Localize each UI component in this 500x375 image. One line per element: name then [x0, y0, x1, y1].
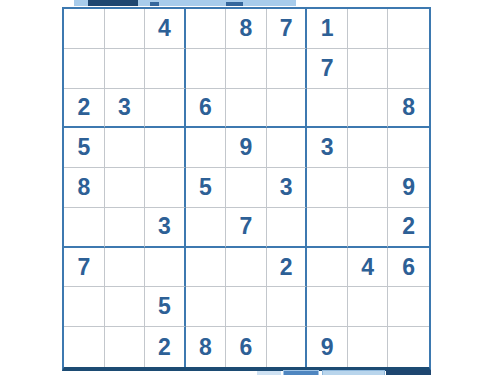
sudoku-cell[interactable] — [267, 128, 308, 168]
sudoku-cell[interactable] — [64, 327, 105, 367]
sudoku-cell[interactable] — [348, 168, 389, 208]
sudoku-cell[interactable] — [348, 89, 389, 129]
sudoku-cell[interactable] — [267, 327, 308, 367]
sudoku-cell[interactable]: 8 — [226, 9, 267, 49]
button-fragment — [257, 371, 281, 375]
sudoku-cell[interactable]: 1 — [307, 9, 348, 49]
sudoku-cell[interactable] — [388, 128, 429, 168]
sudoku-cell[interactable] — [186, 248, 227, 288]
sudoku-cell[interactable] — [145, 89, 186, 129]
button-fragment — [386, 370, 431, 375]
sudoku-cell[interactable]: 9 — [307, 327, 348, 367]
sudoku-cell[interactable] — [226, 89, 267, 129]
sudoku-cell[interactable]: 3 — [105, 89, 146, 129]
sudoku-cell[interactable] — [226, 287, 267, 327]
sudoku-cell[interactable] — [64, 208, 105, 248]
sudoku-cell[interactable]: 3 — [267, 168, 308, 208]
sudoku-cell[interactable] — [105, 9, 146, 49]
sudoku-cell[interactable] — [307, 248, 348, 288]
sudoku-cell[interactable]: 8 — [186, 327, 227, 367]
sudoku-cell[interactable] — [307, 89, 348, 129]
sudoku-cell[interactable] — [105, 248, 146, 288]
sudoku-cell[interactable] — [145, 248, 186, 288]
sudoku-cell[interactable] — [388, 9, 429, 49]
sudoku-cell[interactable] — [348, 49, 389, 89]
sudoku-cell[interactable] — [186, 49, 227, 89]
sudoku-cell[interactable] — [64, 287, 105, 327]
sudoku-cell[interactable]: 5 — [64, 128, 105, 168]
sudoku-cell[interactable]: 8 — [388, 89, 429, 129]
banner-dark-segment — [88, 0, 138, 6]
sudoku-cell[interactable] — [186, 128, 227, 168]
sudoku-cell[interactable]: 9 — [388, 168, 429, 208]
sudoku-cell[interactable] — [348, 327, 389, 367]
sudoku-cell[interactable] — [105, 168, 146, 208]
sudoku-cell[interactable]: 7 — [64, 248, 105, 288]
sudoku-cell[interactable] — [348, 128, 389, 168]
sudoku-cell[interactable] — [145, 168, 186, 208]
sudoku-cell[interactable] — [388, 287, 429, 327]
sudoku-cell[interactable]: 2 — [145, 327, 186, 367]
cropped-top-banner — [74, 0, 296, 6]
sudoku-cell[interactable] — [348, 287, 389, 327]
sudoku-cell[interactable] — [388, 49, 429, 89]
sudoku-cell[interactable] — [388, 327, 429, 367]
sudoku-cell[interactable] — [145, 49, 186, 89]
sudoku-cell[interactable]: 2 — [388, 208, 429, 248]
sudoku-cell[interactable] — [307, 208, 348, 248]
sudoku-cell[interactable] — [267, 287, 308, 327]
sudoku-cell[interactable] — [267, 208, 308, 248]
sudoku-cell[interactable]: 3 — [307, 128, 348, 168]
sudoku-cell[interactable] — [145, 128, 186, 168]
sudoku-cell[interactable]: 2 — [267, 248, 308, 288]
sudoku-cell[interactable]: 4 — [348, 248, 389, 288]
sudoku-cell[interactable]: 5 — [186, 168, 227, 208]
sudoku-cell[interactable] — [307, 168, 348, 208]
sudoku-cell[interactable]: 4 — [145, 9, 186, 49]
sudoku-cell[interactable] — [267, 49, 308, 89]
sudoku-cell[interactable] — [105, 327, 146, 367]
sudoku-cell[interactable]: 9 — [226, 128, 267, 168]
sudoku-cell[interactable]: 8 — [64, 168, 105, 208]
sudoku-cell[interactable]: 7 — [307, 49, 348, 89]
sudoku-cell[interactable] — [226, 168, 267, 208]
sudoku-board: 4871723685938539372724652869 — [62, 7, 431, 371]
sudoku-cell[interactable] — [267, 89, 308, 129]
sudoku-cell[interactable] — [186, 287, 227, 327]
sudoku-cell[interactable] — [64, 49, 105, 89]
sudoku-cell[interactable] — [186, 208, 227, 248]
sudoku-cell[interactable]: 2 — [64, 89, 105, 129]
sudoku-cell[interactable]: 7 — [226, 208, 267, 248]
sudoku-cell[interactable] — [105, 287, 146, 327]
sudoku-cell[interactable]: 3 — [145, 208, 186, 248]
sudoku-cell[interactable] — [186, 9, 227, 49]
sudoku-cell[interactable]: 5 — [145, 287, 186, 327]
sudoku-cell[interactable] — [348, 208, 389, 248]
sudoku-cell[interactable]: 6 — [388, 248, 429, 288]
banner-text-fragment — [226, 2, 243, 6]
sudoku-cell[interactable] — [226, 248, 267, 288]
sudoku-cell[interactable] — [105, 128, 146, 168]
sudoku-cell[interactable]: 6 — [186, 89, 227, 129]
banner-text-fragment — [150, 2, 159, 6]
sudoku-cell[interactable]: 7 — [267, 9, 308, 49]
sudoku-cell[interactable] — [226, 49, 267, 89]
sudoku-cell[interactable] — [105, 49, 146, 89]
sudoku-cell[interactable] — [64, 9, 105, 49]
button-fragment — [322, 370, 385, 375]
button-fragment — [283, 370, 319, 375]
sudoku-cell[interactable] — [307, 287, 348, 327]
sudoku-cell[interactable] — [348, 9, 389, 49]
sudoku-cell[interactable]: 6 — [226, 327, 267, 367]
cropped-bottom-buttons — [0, 370, 500, 375]
sudoku-cell[interactable] — [105, 208, 146, 248]
